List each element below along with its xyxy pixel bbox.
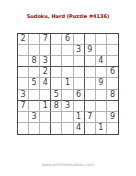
cell-r9c8: 1	[96, 123, 107, 134]
cell-r5c8: 9	[96, 78, 107, 89]
cell-r4c4	[51, 67, 62, 78]
cell-r6c1: 3	[18, 90, 29, 101]
cell-r9c9	[107, 123, 118, 134]
cell-r9c2	[29, 123, 40, 134]
cell-r9c1	[18, 123, 29, 134]
cell-r5c3: 4	[40, 78, 51, 89]
cell-r5c4	[51, 78, 62, 89]
sudoku-grid: 2763983426541935687183317941	[17, 33, 119, 135]
cell-r3c8: 4	[96, 56, 107, 67]
cell-r7c1: 7	[18, 101, 29, 112]
cell-r8c8	[96, 112, 107, 123]
cell-r3c9	[107, 56, 118, 67]
cell-r1c5: 6	[62, 34, 73, 45]
cell-r8c7: 7	[85, 112, 96, 123]
sudoku-sheet: Sudoku, Hard (Puzzle #4136) 276398342654…	[0, 0, 136, 176]
cell-r4c1	[18, 67, 29, 78]
page-title: Sudoku, Hard (Puzzle #4136)	[0, 13, 136, 19]
cell-r1c8	[96, 34, 107, 45]
cell-r7c2	[29, 101, 40, 112]
cell-r5c9	[107, 78, 118, 89]
cell-r9c7	[85, 123, 96, 134]
cell-r1c1: 2	[18, 34, 29, 45]
cell-r2c6: 3	[74, 45, 85, 56]
cell-r8c4	[51, 112, 62, 123]
cell-r8c1	[18, 112, 29, 123]
cell-r8c2: 3	[29, 112, 40, 123]
cell-r4c7	[85, 67, 96, 78]
cell-r6c9: 8	[107, 90, 118, 101]
cell-r6c4: 5	[51, 90, 62, 101]
cell-r1c6	[74, 34, 85, 45]
cell-r5c7	[85, 78, 96, 89]
cell-r8c9: 9	[107, 112, 118, 123]
cell-r9c6: 4	[74, 123, 85, 134]
cell-r7c5: 3	[62, 101, 73, 112]
cell-r8c3	[40, 112, 51, 123]
cell-r1c3: 7	[40, 34, 51, 45]
cell-r2c5	[62, 45, 73, 56]
cell-r6c2	[29, 90, 40, 101]
cell-r2c1	[18, 45, 29, 56]
cell-r5c5: 1	[62, 78, 73, 89]
cell-r1c2	[29, 34, 40, 45]
cell-r3c2: 8	[29, 56, 40, 67]
cell-r7c9	[107, 101, 118, 112]
cell-r3c1	[18, 56, 29, 67]
cell-r5c2: 5	[29, 78, 40, 89]
cell-r9c5	[62, 123, 73, 134]
cell-r7c7	[85, 101, 96, 112]
cell-r4c5	[62, 67, 73, 78]
cell-r5c1	[18, 78, 29, 89]
cell-r8c5	[62, 112, 73, 123]
watermark-text: www.printfreesudoku.com	[0, 162, 136, 167]
cell-r3c7	[85, 56, 96, 67]
cell-r7c3: 1	[40, 101, 51, 112]
cell-r2c9	[107, 45, 118, 56]
cell-r9c3	[40, 123, 51, 134]
cell-r2c7: 9	[85, 45, 96, 56]
cell-r7c8	[96, 101, 107, 112]
cell-r6c8	[96, 90, 107, 101]
cell-r9c4	[51, 123, 62, 134]
cell-r2c4	[51, 45, 62, 56]
cell-r7c4: 8	[51, 101, 62, 112]
cell-r3c3: 3	[40, 56, 51, 67]
cell-r7c6	[74, 101, 85, 112]
cell-r1c9	[107, 34, 118, 45]
cell-r6c3	[40, 90, 51, 101]
cell-r2c2	[29, 45, 40, 56]
cell-r8c6: 1	[74, 112, 85, 123]
cell-r4c3: 2	[40, 67, 51, 78]
cell-r6c7	[85, 90, 96, 101]
cell-r1c4	[51, 34, 62, 45]
cell-r4c6	[74, 67, 85, 78]
cell-r6c6: 6	[74, 90, 85, 101]
cell-r4c8	[96, 67, 107, 78]
cell-r3c6	[74, 56, 85, 67]
cell-r4c9: 6	[107, 67, 118, 78]
cell-r2c8	[96, 45, 107, 56]
cell-r2c3	[40, 45, 51, 56]
cell-r3c5	[62, 56, 73, 67]
cell-r3c4	[51, 56, 62, 67]
cell-r1c7	[85, 34, 96, 45]
cell-r5c6	[74, 78, 85, 89]
cell-r6c5	[62, 90, 73, 101]
cell-r4c2	[29, 67, 40, 78]
